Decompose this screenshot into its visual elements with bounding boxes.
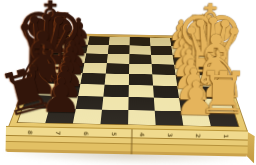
square-f7	[62, 53, 86, 63]
rank-label-4: 4	[139, 132, 145, 136]
chess-set-photo: 87654321 ♜♞♝♛♚♝♞♜♟♟♟♟♟♟♟♟♟♟♟♟♟♟♟♟♜♞♝♛♚♝♞…	[0, 0, 256, 165]
square-d6	[80, 73, 105, 85]
square-b3	[154, 98, 181, 112]
square-c5	[103, 85, 128, 97]
square-d2	[176, 75, 202, 87]
rank-label-2: 2	[195, 133, 201, 137]
board-tilt-group: 87654321 ♜♞♝♛♚♝♞♜♟♟♟♟♟♟♟♟♟♟♟♟♟♟♟♟♜♞♝♛♚♝♞…	[0, 0, 256, 165]
square-g8	[43, 44, 67, 53]
square-g4	[129, 45, 151, 54]
square-g5	[108, 45, 130, 54]
square-e5	[106, 63, 129, 74]
square-c2	[177, 86, 204, 99]
square-g6	[86, 45, 109, 54]
square-d4	[129, 74, 153, 86]
square-c6	[78, 84, 105, 96]
square-c8	[28, 83, 57, 95]
square-b8	[23, 95, 53, 108]
square-e1	[196, 65, 222, 76]
square-a5	[100, 110, 128, 125]
square-e2	[174, 65, 199, 76]
square-b4	[128, 97, 154, 111]
square-d1	[199, 75, 226, 87]
square-e3	[152, 64, 176, 75]
square-b1	[204, 99, 233, 113]
square-b5	[102, 97, 129, 111]
board-squares	[18, 36, 239, 127]
square-g2	[171, 46, 194, 55]
square-f5	[107, 54, 130, 64]
square-d5	[105, 74, 129, 86]
square-f3	[151, 55, 174, 65]
square-f1	[194, 55, 219, 65]
square-a4	[128, 110, 156, 125]
square-f6	[84, 53, 107, 63]
rank-label-6: 6	[83, 131, 89, 135]
square-c3	[153, 86, 179, 99]
square-a2	[181, 111, 211, 126]
chess-board	[8, 33, 248, 132]
square-a7	[45, 109, 75, 124]
square-b7	[49, 96, 78, 110]
square-g3	[150, 46, 172, 55]
square-a8	[18, 108, 50, 123]
square-f4	[129, 54, 151, 64]
square-e7	[59, 62, 84, 73]
square-a3	[155, 111, 184, 126]
square-g1	[192, 47, 216, 56]
board-front-face: 87654321	[6, 126, 248, 157]
rank-label-3: 3	[167, 133, 173, 137]
square-e6	[82, 63, 106, 74]
square-a1	[207, 112, 238, 127]
rank-label-8: 8	[27, 130, 33, 134]
square-c1	[201, 86, 229, 99]
square-f2	[173, 55, 197, 65]
square-b6	[76, 96, 104, 110]
square-c7	[53, 84, 81, 96]
square-c4	[129, 85, 154, 97]
square-d3	[152, 74, 177, 86]
square-a6	[73, 109, 102, 124]
rank-labels: 87654321	[6, 127, 248, 142]
square-e8	[36, 62, 62, 73]
rank-label-1: 1	[223, 134, 229, 138]
square-b2	[179, 98, 207, 112]
square-e4	[129, 64, 152, 75]
rank-label-7: 7	[55, 131, 61, 135]
square-f8	[40, 53, 65, 63]
square-d8	[32, 72, 59, 83]
square-d7	[56, 73, 82, 84]
rank-label-5: 5	[111, 132, 117, 136]
square-g7	[65, 44, 88, 53]
